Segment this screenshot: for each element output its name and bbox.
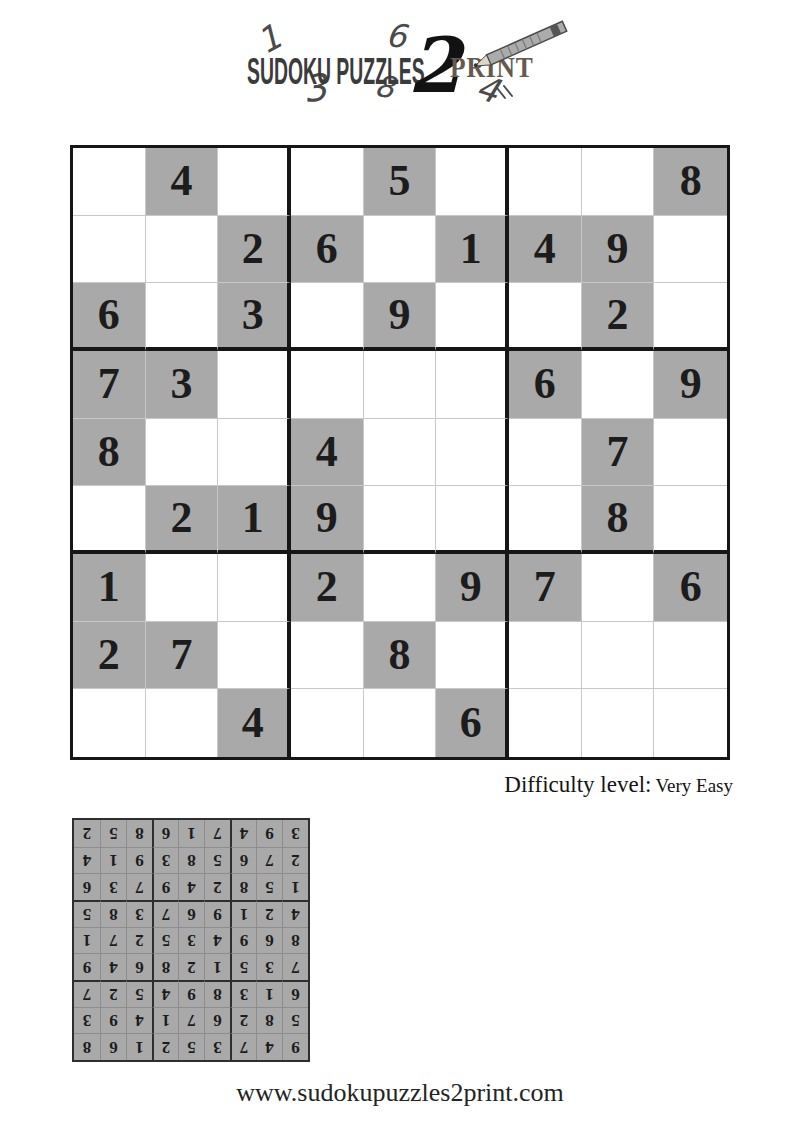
logo-title-sudoku-puzzles: SUDOKU PUZZLES	[247, 53, 425, 90]
solution-cell-r5c7: 2	[126, 927, 152, 954]
solution-cell-r3c9: 7	[74, 980, 100, 1007]
puzzle-cell-r6c6[interactable]	[436, 486, 509, 554]
difficulty-value: Very Easy	[655, 775, 733, 796]
solution-grid: 9473521685826714936138945277351286498694…	[72, 818, 310, 1062]
puzzle-cell-r8c4[interactable]	[291, 622, 364, 690]
solution-cell-r2c2: 8	[256, 1007, 282, 1034]
solution-cell-r2c4: 6	[204, 1007, 230, 1034]
puzzle-cell-r8c1[interactable]: 2	[73, 622, 146, 690]
pencil-icon	[460, 18, 570, 108]
solution-cell-r7c7: 7	[126, 873, 152, 900]
puzzle-cell-r7c2[interactable]	[146, 554, 219, 622]
puzzle-cell-r2c1[interactable]	[73, 216, 146, 284]
solution-cell-r8c4: 5	[204, 847, 230, 874]
solution-cell-r7c4: 2	[204, 873, 230, 900]
puzzle-cell-r9c2[interactable]	[146, 689, 219, 757]
puzzle-cell-r9c1[interactable]	[73, 689, 146, 757]
solution-cell-r1c8: 6	[100, 1033, 126, 1060]
puzzle-cell-r1c8[interactable]	[582, 148, 655, 216]
puzzle-cell-r6c5[interactable]	[364, 486, 437, 554]
solution-cell-r5c9: 1	[74, 927, 100, 954]
solution-cell-r1c5: 5	[178, 1033, 204, 1060]
puzzle-cell-r7c4[interactable]: 2	[291, 554, 364, 622]
puzzle-cell-r5c4[interactable]: 4	[291, 419, 364, 487]
puzzle-cell-r1c2[interactable]: 4	[146, 148, 219, 216]
solution-cell-r6c6: 7	[152, 900, 178, 927]
solution-cell-r1c6: 2	[152, 1033, 178, 1060]
solution-cell-r1c1: 9	[282, 1033, 308, 1060]
solution-cell-r8c8: 1	[100, 847, 126, 874]
solution-cell-r7c3: 8	[230, 873, 256, 900]
puzzle-cell-r5c9[interactable]	[654, 419, 727, 487]
solution-cell-r2c7: 4	[126, 1007, 152, 1034]
puzzle-cell-r3c1[interactable]: 6	[73, 283, 146, 351]
puzzle-cell-r5c1[interactable]: 8	[73, 419, 146, 487]
main-grid: 458261496392736984721981297627846	[70, 145, 730, 760]
solution-cell-r3c7: 5	[126, 980, 152, 1007]
solution-cell-r9c7: 8	[126, 820, 152, 847]
puzzle-cell-r3c9[interactable]	[654, 283, 727, 351]
puzzle-cell-r9c6[interactable]: 6	[436, 689, 509, 757]
puzzle-cell-r2c7[interactable]: 4	[509, 216, 582, 284]
solution-cell-r8c9: 4	[74, 847, 100, 874]
puzzle-cell-r9c8[interactable]	[582, 689, 655, 757]
solution-cell-r5c3: 9	[230, 927, 256, 954]
puzzle-cell-r5c6[interactable]	[436, 419, 509, 487]
puzzle-cell-r9c9[interactable]	[654, 689, 727, 757]
puzzle-cell-r5c7[interactable]	[509, 419, 582, 487]
solution-cell-r4c4: 1	[204, 953, 230, 980]
solution-cell-r9c4: 7	[204, 820, 230, 847]
solution-cell-r7c1: 1	[282, 873, 308, 900]
solution-cell-r4c3: 5	[230, 953, 256, 980]
solution-cell-r5c2: 6	[256, 927, 282, 954]
solution-cell-r5c6: 5	[152, 927, 178, 954]
puzzle-cell-r4c6[interactable]	[436, 351, 509, 419]
difficulty: Difficulty level: Very Easy	[504, 772, 733, 798]
puzzle-cell-r2c6[interactable]: 1	[436, 216, 509, 284]
puzzle-cell-r2c3[interactable]: 2	[218, 216, 291, 284]
solution-cell-r2c8: 9	[100, 1007, 126, 1034]
puzzle-cell-r4c8[interactable]	[582, 351, 655, 419]
puzzle-cell-r9c3[interactable]: 4	[218, 689, 291, 757]
solution-cell-r6c2: 2	[256, 900, 282, 927]
solution-cell-r9c3: 4	[230, 820, 256, 847]
solution-cell-r6c4: 9	[204, 900, 230, 927]
puzzle-cell-r6c4[interactable]: 9	[291, 486, 364, 554]
solution-cell-r8c6: 3	[152, 847, 178, 874]
solution-cell-r1c7: 1	[126, 1033, 152, 1060]
puzzle-cell-r6c8[interactable]: 8	[582, 486, 655, 554]
solution-cell-r2c1: 5	[282, 1007, 308, 1034]
puzzle-cell-r2c2[interactable]	[146, 216, 219, 284]
puzzle-cell-r2c5[interactable]	[364, 216, 437, 284]
puzzle-cell-r7c6[interactable]: 9	[436, 554, 509, 622]
solution-cell-r9c1: 3	[282, 820, 308, 847]
solution-cell-r7c8: 3	[100, 873, 126, 900]
solution-cell-r9c9: 2	[74, 820, 100, 847]
puzzle-cell-r3c7[interactable]	[509, 283, 582, 351]
solution-cell-r8c5: 8	[178, 847, 204, 874]
difficulty-label: Difficulty level:	[504, 772, 651, 797]
solution-cell-r3c1: 6	[282, 980, 308, 1007]
puzzle-cell-r8c8[interactable]	[582, 622, 655, 690]
puzzle-cell-r8c7[interactable]	[509, 622, 582, 690]
puzzle-cell-r4c4[interactable]	[291, 351, 364, 419]
puzzle-cell-r9c5[interactable]	[364, 689, 437, 757]
solution-cell-r2c6: 1	[152, 1007, 178, 1034]
puzzle-cell-r9c4[interactable]	[291, 689, 364, 757]
solution-cell-r3c8: 2	[100, 980, 126, 1007]
puzzle-cell-r5c8[interactable]: 7	[582, 419, 655, 487]
solution-cell-r1c9: 8	[74, 1033, 100, 1060]
solution-cell-r7c6: 9	[152, 873, 178, 900]
solution-cell-r4c2: 3	[256, 953, 282, 980]
logo-scatter-digit-6: 6	[385, 19, 408, 53]
solution-cell-r8c2: 7	[256, 847, 282, 874]
solution-cell-r2c9: 3	[74, 1007, 100, 1034]
puzzle-cell-r1c9[interactable]: 8	[654, 148, 727, 216]
solution-cell-r3c5: 9	[178, 980, 204, 1007]
puzzle-cell-r7c8[interactable]	[582, 554, 655, 622]
solution-cell-r6c8: 8	[100, 900, 126, 927]
solution-cell-r3c2: 1	[256, 980, 282, 1007]
solution-cell-r7c2: 5	[256, 873, 282, 900]
puzzle-cell-r4c1[interactable]: 7	[73, 351, 146, 419]
page: 1 3 6 8 4 SUDOKU PUZZLES 2 PRINT 4582614…	[0, 0, 800, 1131]
solution-cell-r6c3: 1	[230, 900, 256, 927]
solution-cell-r6c1: 4	[282, 900, 308, 927]
puzzle-cell-r5c2[interactable]	[146, 419, 219, 487]
solution-cell-r6c9: 5	[74, 900, 100, 927]
solution-cell-r3c3: 3	[230, 980, 256, 1007]
solution-cell-r1c3: 7	[230, 1033, 256, 1060]
solution-cell-r4c8: 4	[100, 953, 126, 980]
solution-cell-r4c5: 2	[178, 953, 204, 980]
puzzle-cell-r4c7[interactable]: 6	[509, 351, 582, 419]
puzzle-cell-r7c1[interactable]: 1	[73, 554, 146, 622]
puzzle-cell-r7c5[interactable]	[364, 554, 437, 622]
puzzle-cell-r9c7[interactable]	[509, 689, 582, 757]
solution-cell-r5c8: 7	[100, 927, 126, 954]
puzzle-cell-r1c5[interactable]: 5	[364, 148, 437, 216]
puzzle-cell-r7c9[interactable]: 6	[654, 554, 727, 622]
puzzle-cell-r2c8[interactable]: 9	[582, 216, 655, 284]
solution-cell-r6c5: 6	[178, 900, 204, 927]
puzzle-cell-r8c5[interactable]: 8	[364, 622, 437, 690]
solution-cell-r3c6: 4	[152, 980, 178, 1007]
puzzle-cell-r4c5[interactable]	[364, 351, 437, 419]
puzzle-cell-r1c3[interactable]	[218, 148, 291, 216]
puzzle-cell-r4c2[interactable]: 3	[146, 351, 219, 419]
puzzle-cell-r2c9[interactable]	[654, 216, 727, 284]
puzzle-cell-r1c6[interactable]	[436, 148, 509, 216]
puzzle-cell-r8c9[interactable]	[654, 622, 727, 690]
logo: 1 3 6 8 4 SUDOKU PUZZLES 2 PRINT	[0, 0, 800, 120]
puzzle-cell-r3c2[interactable]	[146, 283, 219, 351]
puzzle-cell-r5c5[interactable]	[364, 419, 437, 487]
puzzle-cell-r7c3[interactable]	[218, 554, 291, 622]
puzzle-cell-r3c6[interactable]	[436, 283, 509, 351]
puzzle-cell-r8c6[interactable]	[436, 622, 509, 690]
puzzle-cell-r8c2[interactable]: 7	[146, 622, 219, 690]
puzzle-cell-r7c7[interactable]: 7	[509, 554, 582, 622]
solution-cell-r9c2: 9	[256, 820, 282, 847]
solution-cell-r4c9: 9	[74, 953, 100, 980]
solution-cell-r5c5: 3	[178, 927, 204, 954]
puzzle-cell-r1c4[interactable]	[291, 148, 364, 216]
footer-url: www.sudokupuzzles2print.com	[0, 1078, 800, 1108]
puzzle-cell-r3c3[interactable]: 3	[218, 283, 291, 351]
puzzle-cell-r6c1[interactable]	[73, 486, 146, 554]
puzzle-cell-r3c4[interactable]	[291, 283, 364, 351]
puzzle-cell-r1c1[interactable]	[73, 148, 146, 216]
solution-cell-r9c6: 6	[152, 820, 178, 847]
puzzle-cell-r3c8[interactable]: 2	[582, 283, 655, 351]
puzzle-cell-r3c5[interactable]: 9	[364, 283, 437, 351]
puzzle-cell-r1c7[interactable]	[509, 148, 582, 216]
solution-cell-r8c7: 9	[126, 847, 152, 874]
puzzle-cell-r2c4[interactable]: 6	[291, 216, 364, 284]
solution-cell-r1c2: 4	[256, 1033, 282, 1060]
puzzle-cell-r4c9[interactable]: 9	[654, 351, 727, 419]
puzzle-cell-r8c3[interactable]	[218, 622, 291, 690]
solution-cell-r5c1: 8	[282, 927, 308, 954]
solution-cell-r2c3: 2	[230, 1007, 256, 1034]
solution-cell-r2c5: 7	[178, 1007, 204, 1034]
solution-cell-r8c3: 6	[230, 847, 256, 874]
puzzle-cell-r6c3[interactable]: 1	[218, 486, 291, 554]
solution-cell-r7c9: 6	[74, 873, 100, 900]
solution-cell-r3c4: 8	[204, 980, 230, 1007]
solution-cell-r5c4: 4	[204, 927, 230, 954]
puzzle-cell-r6c9[interactable]	[654, 486, 727, 554]
puzzle-cell-r6c2[interactable]: 2	[146, 486, 219, 554]
solution-cell-r9c5: 1	[178, 820, 204, 847]
solution-cell-r6c7: 3	[126, 900, 152, 927]
solution-cell-r8c1: 2	[282, 847, 308, 874]
solution-cell-r1c4: 3	[204, 1033, 230, 1060]
solution-cell-r7c5: 4	[178, 873, 204, 900]
solution-cell-r4c1: 7	[282, 953, 308, 980]
solution-cell-r4c6: 8	[152, 953, 178, 980]
puzzle-cell-r4c3[interactable]	[218, 351, 291, 419]
puzzle-cell-r6c7[interactable]	[509, 486, 582, 554]
solution-cell-r9c8: 5	[100, 820, 126, 847]
solution-cell-r4c7: 6	[126, 953, 152, 980]
puzzle-cell-r5c3[interactable]	[218, 419, 291, 487]
